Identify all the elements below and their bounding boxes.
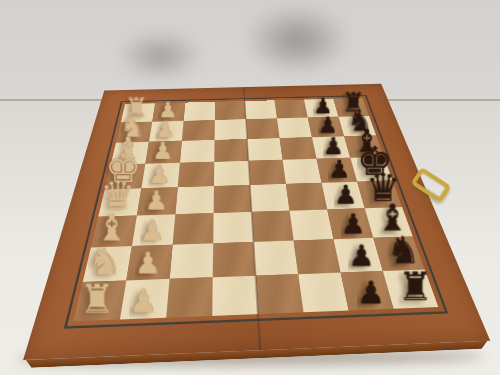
square-e5 xyxy=(249,160,286,185)
square-g2: ♟ xyxy=(149,121,184,142)
square-e1: ♚ xyxy=(105,164,146,190)
square-a4 xyxy=(212,276,258,316)
chess-board: ♜♟♟♜♞♟♟♞♝♟♟♝♚♟♟♚♛♟♟♛♝♟♟♝♞♟♟♞♜♟♟♜ xyxy=(23,84,490,360)
square-f5 xyxy=(247,138,282,161)
square-h2: ♟ xyxy=(152,103,185,122)
square-d3 xyxy=(175,186,214,214)
square-h8: ♜ xyxy=(333,98,369,117)
piece-white-knight: ♞ xyxy=(88,242,122,280)
square-f1: ♝ xyxy=(111,142,149,165)
piece-black-pawn: ♟ xyxy=(357,277,385,308)
square-d8: ♛ xyxy=(357,181,402,209)
square-e6 xyxy=(283,159,322,184)
square-d5 xyxy=(250,184,290,212)
square-e4 xyxy=(214,161,250,186)
square-a3 xyxy=(166,277,213,317)
piece-white-pawn: ♟ xyxy=(158,99,177,121)
square-c5 xyxy=(252,211,294,242)
square-b7: ♟ xyxy=(334,238,383,273)
square-h4 xyxy=(215,101,246,120)
piece-black-pawn: ♟ xyxy=(328,157,350,182)
square-b4 xyxy=(213,242,256,277)
square-b2: ♟ xyxy=(126,245,172,281)
piece-white-pawn: ♟ xyxy=(148,162,171,187)
chessboard-grid: ♜♟♟♜♞♟♟♞♝♟♟♝♚♟♟♚♛♟♟♛♝♟♟♝♞♟♟♞♜♟♟♜ xyxy=(73,98,438,321)
square-e8: ♚ xyxy=(350,157,392,182)
square-g8: ♞ xyxy=(339,116,377,136)
square-e2: ♟ xyxy=(141,163,180,188)
piece-black-pawn: ♟ xyxy=(313,95,332,116)
square-c3 xyxy=(173,213,214,245)
square-f4 xyxy=(214,139,248,162)
square-h1: ♜ xyxy=(121,103,155,122)
square-c8: ♝ xyxy=(365,207,413,238)
square-g3 xyxy=(182,120,215,141)
square-d2: ♟ xyxy=(137,187,178,215)
square-a2: ♟ xyxy=(120,279,170,320)
board-side-edge xyxy=(26,341,488,368)
square-h6 xyxy=(274,100,307,119)
square-c6 xyxy=(290,209,334,240)
square-e3 xyxy=(178,162,215,187)
piece-white-pawn: ♟ xyxy=(135,249,162,279)
square-b1: ♞ xyxy=(83,246,132,282)
square-c4 xyxy=(213,212,253,243)
square-d6 xyxy=(286,183,327,211)
square-a5 xyxy=(256,274,304,314)
square-e7: ♟ xyxy=(317,158,358,183)
square-f3 xyxy=(180,140,215,163)
square-h3 xyxy=(184,102,215,121)
piece-white-rook: ♜ xyxy=(125,95,149,122)
square-a1: ♜ xyxy=(73,280,126,321)
square-d4 xyxy=(214,185,252,213)
square-f2: ♟ xyxy=(145,141,181,164)
square-b3 xyxy=(170,243,214,279)
piece-white-pawn: ♟ xyxy=(152,139,173,163)
photo-scene: ♜♟♟♜♞♟♟♞♝♟♟♝♚♟♟♚♛♟♟♛♝♟♟♝♞♟♟♞♜♟♟♜ xyxy=(0,0,500,375)
square-c2: ♟ xyxy=(132,214,175,246)
square-f8: ♝ xyxy=(344,135,384,157)
square-g1: ♞ xyxy=(116,122,152,143)
square-f6 xyxy=(280,137,317,160)
piece-white-pawn: ♟ xyxy=(129,286,158,318)
piece-black-knight: ♞ xyxy=(387,232,421,270)
piece-white-pawn: ♟ xyxy=(155,118,175,141)
piece-black-pawn: ♟ xyxy=(318,114,338,136)
square-h5 xyxy=(245,100,277,119)
piece-white-pawn: ♟ xyxy=(140,216,165,244)
square-b6 xyxy=(294,239,341,274)
piece-black-pawn: ♟ xyxy=(341,210,366,238)
piece-white-pawn: ♟ xyxy=(144,188,168,215)
piece-black-pawn: ♟ xyxy=(348,241,374,270)
square-d1: ♛ xyxy=(98,188,141,217)
piece-black-pawn: ♟ xyxy=(334,182,357,208)
square-g5 xyxy=(246,118,280,139)
piece-black-pawn: ♟ xyxy=(323,134,344,158)
piece-black-rook: ♜ xyxy=(342,89,366,116)
square-c7: ♟ xyxy=(327,208,373,239)
square-a8: ♜ xyxy=(383,270,439,309)
piece-white-rook: ♜ xyxy=(79,280,115,320)
square-g4 xyxy=(215,119,248,140)
square-b5 xyxy=(254,241,299,276)
square-c1: ♝ xyxy=(91,216,137,248)
square-g6 xyxy=(277,118,312,139)
piece-black-rook: ♜ xyxy=(398,268,433,307)
piece-white-bishop: ♝ xyxy=(95,209,128,246)
square-b8: ♞ xyxy=(373,236,424,271)
